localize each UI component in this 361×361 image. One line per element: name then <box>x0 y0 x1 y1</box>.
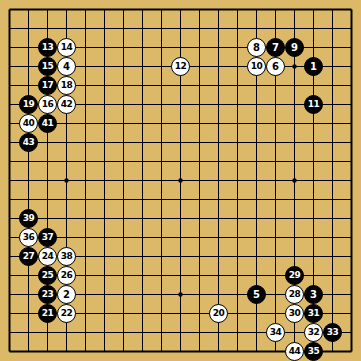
stone-black-3-R4[interactable]: 3 <box>304 285 323 304</box>
stone-white-10-O16[interactable]: 10 <box>247 57 266 76</box>
stone-black-17-C15[interactable]: 17 <box>38 76 57 95</box>
stone-black-41-C13[interactable]: 41 <box>38 114 57 133</box>
stone-white-2-D4[interactable]: 2 <box>57 285 76 304</box>
stone-white-24-C6[interactable]: 24 <box>38 247 57 266</box>
stone-black-9-Q17[interactable]: 9 <box>285 38 304 57</box>
stone-black-7-P17[interactable]: 7 <box>266 38 285 57</box>
stone-black-1-R16[interactable]: 1 <box>304 57 323 76</box>
stone-white-32-R2[interactable]: 32 <box>304 323 323 342</box>
stone-white-4-D16[interactable]: 4 <box>57 57 76 76</box>
stone-white-14-D17[interactable]: 14 <box>57 38 76 57</box>
stone-black-25-C5[interactable]: 25 <box>38 266 57 285</box>
go-board[interactable]: 1234567891011121314151617181920212223242… <box>0 0 361 361</box>
stone-black-23-C4[interactable]: 23 <box>38 285 57 304</box>
stone-white-6-P16[interactable]: 6 <box>266 57 285 76</box>
stone-black-35-R1[interactable]: 35 <box>304 342 323 361</box>
stone-black-11-R14[interactable]: 11 <box>304 95 323 114</box>
stone-black-29-Q5[interactable]: 29 <box>285 266 304 285</box>
stone-black-21-C3[interactable]: 21 <box>38 304 57 323</box>
stone-black-31-R3[interactable]: 31 <box>304 304 323 323</box>
stone-white-12-K16[interactable]: 12 <box>171 57 190 76</box>
stone-white-44-Q1[interactable]: 44 <box>285 342 304 361</box>
stone-white-26-D5[interactable]: 26 <box>57 266 76 285</box>
stone-black-39-B8[interactable]: 39 <box>19 209 38 228</box>
stone-black-19-B14[interactable]: 19 <box>19 95 38 114</box>
stone-white-28-Q4[interactable]: 28 <box>285 285 304 304</box>
stone-white-22-D3[interactable]: 22 <box>57 304 76 323</box>
stone-white-40-B13[interactable]: 40 <box>19 114 38 133</box>
stone-black-5-O4[interactable]: 5 <box>247 285 266 304</box>
stone-white-20-M3[interactable]: 20 <box>209 304 228 323</box>
stone-white-30-Q3[interactable]: 30 <box>285 304 304 323</box>
stone-white-16-C14[interactable]: 16 <box>38 95 57 114</box>
stone-white-42-D14[interactable]: 42 <box>57 95 76 114</box>
stone-black-15-C16[interactable]: 15 <box>38 57 57 76</box>
stone-white-18-D15[interactable]: 18 <box>57 76 76 95</box>
stone-white-38-D6[interactable]: 38 <box>57 247 76 266</box>
stone-black-37-C7[interactable]: 37 <box>38 228 57 247</box>
stone-black-33-S2[interactable]: 33 <box>323 323 342 342</box>
stone-white-34-P2[interactable]: 34 <box>266 323 285 342</box>
stone-black-43-B12[interactable]: 43 <box>19 133 38 152</box>
stone-black-13-C17[interactable]: 13 <box>38 38 57 57</box>
stones-layer: 1234567891011121314151617181920212223242… <box>0 0 361 361</box>
stone-white-36-B7[interactable]: 36 <box>19 228 38 247</box>
stone-white-8-O17[interactable]: 8 <box>247 38 266 57</box>
stone-black-27-B6[interactable]: 27 <box>19 247 38 266</box>
